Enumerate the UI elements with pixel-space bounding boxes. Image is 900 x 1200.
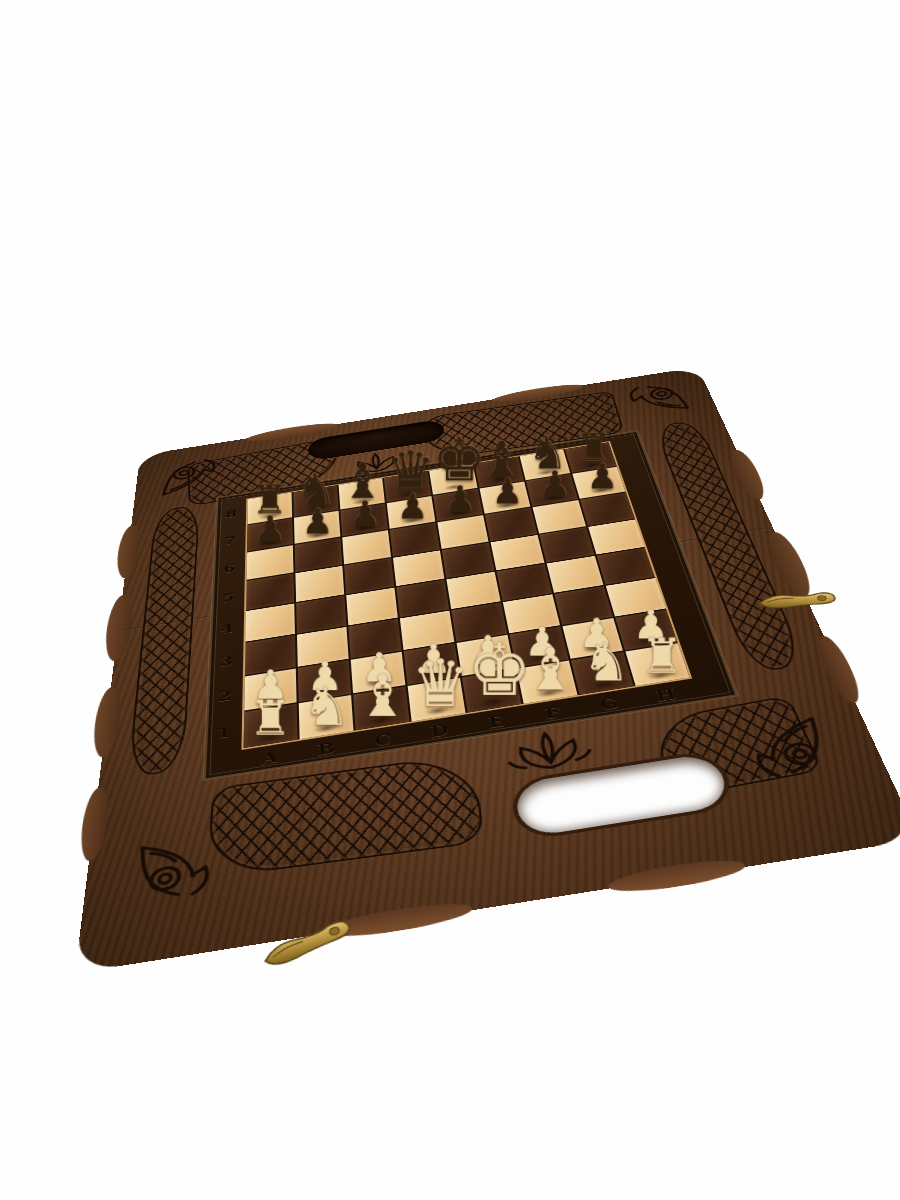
square-e5[interactable] bbox=[442, 543, 495, 579]
piece-black-pawn[interactable]: ♟ bbox=[437, 481, 483, 516]
rank-label-6: 6 bbox=[223, 561, 236, 575]
wooden-chess-case: 87654321 ♜♞♝♛♚♝♞♜♟♟♟♟♟♟♟♟♟♟♟♟♟♟♟♟♜♞♝♛♚♝♞… bbox=[75, 367, 900, 973]
photo-background: { "game": "chess", "position": { "fen": … bbox=[0, 0, 900, 1200]
piece-black-pawn[interactable]: ♟ bbox=[579, 459, 625, 494]
piece-white-bishop[interactable]: ♝ bbox=[523, 640, 577, 698]
piece-black-pawn[interactable]: ♟ bbox=[247, 512, 293, 547]
piece-white-rook[interactable]: ♜ bbox=[635, 632, 689, 680]
edge-scallop bbox=[77, 786, 111, 864]
square-a7[interactable]: ♟ bbox=[247, 518, 293, 551]
scene-wrap: 87654321 ♜♞♝♛♚♝♞♜♟♟♟♟♟♟♟♟♟♟♟♟♟♟♟♟♜♞♝♛♚♝♞… bbox=[53, 170, 847, 1047]
perspective-tilt: 87654321 ♜♞♝♛♚♝♞♜♟♟♟♟♟♟♟♟♟♟♟♟♟♟♟♟♜♞♝♛♚♝♞… bbox=[75, 367, 900, 973]
square-g1[interactable]: ♞ bbox=[571, 652, 634, 695]
piece-black-pawn[interactable]: ♟ bbox=[484, 474, 530, 509]
file-label-f: F bbox=[543, 704, 561, 722]
file-label-e: E bbox=[487, 712, 506, 731]
edge-scallop bbox=[102, 593, 135, 663]
piece-white-knight[interactable]: ♞ bbox=[579, 636, 633, 689]
file-label-d: D bbox=[429, 721, 449, 740]
file-label-c: C bbox=[374, 730, 392, 749]
edge-scallop bbox=[725, 448, 770, 501]
square-b4[interactable] bbox=[296, 596, 346, 634]
square-e1[interactable]: ♚ bbox=[462, 669, 521, 712]
brass-clasp-icon[interactable] bbox=[256, 913, 360, 974]
rank-label-4: 4 bbox=[221, 621, 234, 636]
file-label-g: G bbox=[598, 694, 620, 713]
square-h1[interactable]: ♜ bbox=[625, 643, 689, 686]
edge-scallop bbox=[115, 524, 143, 580]
square-f1[interactable]: ♝ bbox=[517, 661, 578, 704]
piece-white-queen[interactable]: ♛ bbox=[411, 650, 465, 715]
piece-white-king[interactable]: ♚ bbox=[467, 635, 521, 707]
square-c4[interactable] bbox=[346, 588, 398, 626]
square-c1[interactable]: ♝ bbox=[353, 686, 409, 730]
square-d5[interactable] bbox=[393, 550, 444, 586]
file-label-h: H bbox=[653, 685, 678, 704]
rank-label-7: 7 bbox=[224, 534, 236, 547]
piece-black-pawn[interactable]: ♟ bbox=[389, 489, 435, 524]
rank-label-5: 5 bbox=[222, 590, 235, 605]
edge-scallop bbox=[90, 685, 124, 759]
square-h4[interactable] bbox=[597, 548, 655, 585]
file-label-b: B bbox=[317, 739, 335, 758]
piece-white-rook[interactable]: ♜ bbox=[243, 694, 297, 742]
board-frame: 87654321 ♜♞♝♛♚♝♞♜♟♟♟♟♟♟♟♟♟♟♟♟♟♟♟♟♜♞♝♛♚♝♞… bbox=[204, 431, 738, 780]
square-d1[interactable]: ♛ bbox=[408, 678, 466, 722]
edge-scallop bbox=[811, 634, 866, 705]
rank-label-1: 1 bbox=[216, 723, 231, 741]
corner-scroll-icon bbox=[127, 828, 225, 913]
piece-black-pawn[interactable]: ♟ bbox=[532, 466, 578, 501]
piece-black-pawn[interactable]: ♟ bbox=[294, 504, 340, 539]
piece-white-bishop[interactable]: ♝ bbox=[355, 667, 409, 725]
piece-black-pawn[interactable]: ♟ bbox=[342, 496, 388, 531]
rank-label-2: 2 bbox=[218, 687, 232, 704]
corner-scroll-icon bbox=[615, 377, 696, 422]
square-f4[interactable] bbox=[497, 564, 552, 601]
square-g4[interactable] bbox=[547, 556, 604, 593]
edge-scallop bbox=[606, 855, 748, 897]
square-d4[interactable] bbox=[396, 580, 449, 618]
square-a1[interactable]: ♜ bbox=[244, 704, 298, 748]
rank-labels: 87654321 bbox=[205, 499, 247, 756]
square-b6[interactable] bbox=[295, 538, 343, 573]
piece-white-knight[interactable]: ♞ bbox=[299, 680, 353, 733]
file-label-a: A bbox=[261, 748, 277, 767]
square-b1[interactable]: ♞ bbox=[299, 695, 354, 739]
rank-label-3: 3 bbox=[219, 653, 233, 669]
corner-scroll-icon bbox=[729, 711, 846, 789]
rank-label-8: 8 bbox=[225, 507, 237, 520]
square-e4[interactable] bbox=[446, 572, 500, 609]
